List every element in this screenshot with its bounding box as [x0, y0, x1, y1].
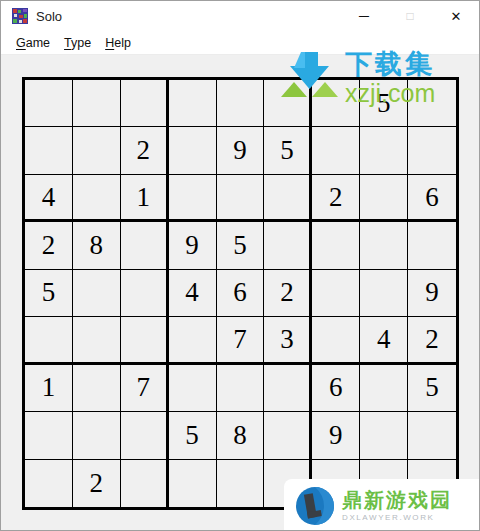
cell-r6c6[interactable]: 3 — [264, 317, 312, 364]
menu-game[interactable]: Game — [9, 34, 57, 52]
cell-r8c1[interactable] — [25, 412, 73, 459]
cell-r5c9[interactable]: 9 — [408, 270, 456, 317]
cell-r3c7[interactable]: 2 — [312, 175, 360, 222]
cell-r7c1[interactable]: 1 — [25, 365, 73, 412]
watermark-bottom-title: 鼎新游戏园 — [342, 490, 452, 510]
cell-r3c3[interactable]: 1 — [121, 175, 169, 222]
cell-r5c3[interactable] — [121, 270, 169, 317]
watermark-top-url: xzji.com — [345, 81, 435, 106]
cell-r8c9[interactable] — [408, 412, 456, 459]
cell-r3c9[interactable]: 6 — [408, 175, 456, 222]
cell-r9c1[interactable] — [25, 460, 73, 507]
download-arrow-icon — [281, 51, 339, 99]
cell-r4c1[interactable]: 2 — [25, 222, 73, 269]
window-title: Solo — [36, 9, 62, 24]
sudoku-board: 52954126289554629734217655892 — [22, 77, 459, 510]
cell-r4c7[interactable] — [312, 222, 360, 269]
cell-r1c5[interactable] — [217, 80, 265, 127]
cell-r2c7[interactable] — [312, 127, 360, 174]
cell-r2c1[interactable] — [25, 127, 73, 174]
cell-r7c2[interactable] — [73, 365, 121, 412]
cell-r2c9[interactable] — [408, 127, 456, 174]
cell-r8c5[interactable]: 8 — [217, 412, 265, 459]
cell-r4c2[interactable]: 8 — [73, 222, 121, 269]
cell-r6c4[interactable] — [169, 317, 217, 364]
cell-r1c3[interactable] — [121, 80, 169, 127]
cell-r6c8[interactable]: 4 — [360, 317, 408, 364]
cell-r9c3[interactable] — [121, 460, 169, 507]
watermark-bottom: 鼎新游戏园 DXLAWYER.WORK — [284, 479, 480, 531]
watermark-top-title: 下载集 — [345, 51, 435, 78]
cell-r3c5[interactable] — [217, 175, 265, 222]
cell-r4c6[interactable] — [264, 222, 312, 269]
cell-r6c3[interactable] — [121, 317, 169, 364]
cell-r2c4[interactable] — [169, 127, 217, 174]
cell-r6c2[interactable] — [73, 317, 121, 364]
cell-r5c5[interactable]: 6 — [217, 270, 265, 317]
cell-r3c6[interactable] — [264, 175, 312, 222]
cell-r1c4[interactable] — [169, 80, 217, 127]
cell-r8c7[interactable]: 9 — [312, 412, 360, 459]
cell-r7c4[interactable] — [169, 365, 217, 412]
cell-r2c3[interactable]: 2 — [121, 127, 169, 174]
cell-r5c1[interactable]: 5 — [25, 270, 73, 317]
cell-r1c1[interactable] — [25, 80, 73, 127]
cell-r9c5[interactable] — [217, 460, 265, 507]
cell-r7c3[interactable]: 7 — [121, 365, 169, 412]
cell-r7c6[interactable] — [264, 365, 312, 412]
cell-r3c2[interactable] — [73, 175, 121, 222]
caption-buttons: ─ □ ✕ — [341, 1, 479, 31]
app-window: Solo ─ □ ✕ Game Type Help 52954126289554… — [0, 0, 480, 531]
cell-r7c9[interactable]: 5 — [408, 365, 456, 412]
cell-r4c3[interactable] — [121, 222, 169, 269]
cell-r9c2[interactable]: 2 — [73, 460, 121, 507]
cell-r4c4[interactable]: 9 — [169, 222, 217, 269]
cell-r6c1[interactable] — [25, 317, 73, 364]
maximize-button[interactable]: □ — [387, 1, 433, 31]
cell-r2c8[interactable] — [360, 127, 408, 174]
cell-r8c3[interactable] — [121, 412, 169, 459]
cell-r8c2[interactable] — [73, 412, 121, 459]
cell-r5c6[interactable]: 2 — [264, 270, 312, 317]
cell-r5c2[interactable] — [73, 270, 121, 317]
cell-r7c7[interactable]: 6 — [312, 365, 360, 412]
watermark-top: 下载集 xzji.com — [281, 51, 435, 106]
cell-r2c5[interactable]: 9 — [217, 127, 265, 174]
minimize-button[interactable]: ─ — [341, 1, 387, 31]
cell-r1c2[interactable] — [73, 80, 121, 127]
close-button[interactable]: ✕ — [433, 1, 479, 31]
cell-r9c4[interactable] — [169, 460, 217, 507]
cell-r2c2[interactable] — [73, 127, 121, 174]
cell-r7c8[interactable] — [360, 365, 408, 412]
cell-r7c5[interactable] — [217, 365, 265, 412]
cell-r4c9[interactable] — [408, 222, 456, 269]
title-bar: Solo ─ □ ✕ — [1, 1, 479, 31]
cell-r3c1[interactable]: 4 — [25, 175, 73, 222]
cell-r6c9[interactable]: 2 — [408, 317, 456, 364]
cell-r8c4[interactable]: 5 — [169, 412, 217, 459]
cell-r5c7[interactable] — [312, 270, 360, 317]
app-icon — [12, 8, 28, 24]
cell-r3c4[interactable] — [169, 175, 217, 222]
cell-r5c4[interactable]: 4 — [169, 270, 217, 317]
menu-help[interactable]: Help — [98, 34, 138, 52]
cell-r8c8[interactable] — [360, 412, 408, 459]
cell-r3c8[interactable] — [360, 175, 408, 222]
cell-r8c6[interactable] — [264, 412, 312, 459]
cell-r4c5[interactable]: 5 — [217, 222, 265, 269]
cell-r6c5[interactable]: 7 — [217, 317, 265, 364]
dl-logo-icon — [296, 487, 334, 525]
cell-r2c6[interactable]: 5 — [264, 127, 312, 174]
cell-r4c8[interactable] — [360, 222, 408, 269]
cell-r5c8[interactable] — [360, 270, 408, 317]
menu-type[interactable]: Type — [57, 34, 98, 52]
watermark-bottom-url: DXLAWYER.WORK — [342, 514, 452, 522]
cell-r6c7[interactable] — [312, 317, 360, 364]
